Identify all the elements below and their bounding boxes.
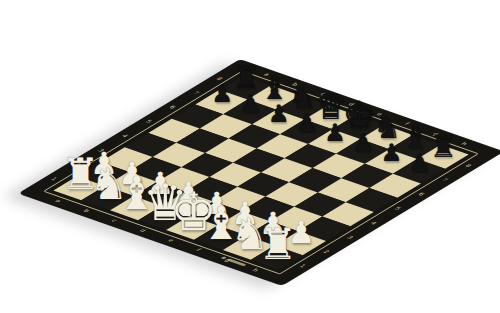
board-grid bbox=[53, 76, 468, 270]
file-label-bottom-e: e bbox=[166, 238, 175, 242]
rank-label-right-8: 8 bbox=[464, 163, 473, 167]
rank-label-left-5: 5 bbox=[144, 119, 153, 123]
rank-label-left-2: 2 bbox=[73, 163, 82, 167]
rank-label-right-1: 1 bbox=[298, 264, 307, 268]
rank-label-left-6: 6 bbox=[168, 105, 177, 109]
file-label-top-a: a bbox=[262, 72, 271, 76]
file-label-top-b: b bbox=[290, 82, 299, 86]
rank-label-left-1: 1 bbox=[49, 177, 58, 181]
file-label-top-e: e bbox=[375, 112, 384, 116]
rank-label-right-5: 5 bbox=[393, 207, 402, 211]
rank-label-right-6: 6 bbox=[417, 192, 426, 196]
file-label-top-c: c bbox=[319, 92, 327, 96]
file-label-top-h: h bbox=[460, 142, 469, 146]
rank-label-left-7: 7 bbox=[192, 91, 201, 95]
rank-label-right-3: 3 bbox=[345, 235, 354, 239]
file-label-top-f: f bbox=[403, 122, 410, 126]
file-label-bottom-a: a bbox=[54, 199, 63, 203]
chess-set-photo: aabbccddeeffgghh1122334455667788 ♜♝♞♛♚♞♝… bbox=[0, 0, 500, 313]
file-label-bottom-b: b bbox=[82, 209, 91, 213]
chess-board[interactable]: aabbccddeeffgghh1122334455667788 bbox=[18, 59, 500, 286]
file-label-top-d: d bbox=[347, 102, 356, 106]
rank-label-left-3: 3 bbox=[97, 148, 106, 152]
rank-label-right-2: 2 bbox=[322, 250, 331, 254]
rank-label-left-4: 4 bbox=[120, 134, 129, 138]
file-label-bottom-f: f bbox=[195, 248, 202, 252]
file-label-bottom-h: h bbox=[251, 268, 260, 272]
file-label-bottom-d: d bbox=[138, 228, 147, 232]
rank-label-right-4: 4 bbox=[369, 221, 378, 225]
rank-label-left-8: 8 bbox=[215, 76, 224, 80]
file-label-top-g: g bbox=[431, 132, 440, 136]
rank-label-right-7: 7 bbox=[440, 178, 449, 182]
file-label-bottom-c: c bbox=[110, 219, 118, 223]
